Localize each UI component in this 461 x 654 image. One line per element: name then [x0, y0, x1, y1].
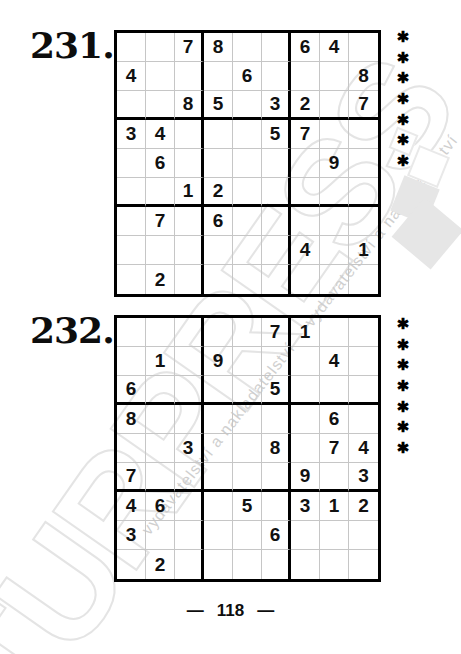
difficulty-star-icon: ✱ [393, 68, 413, 89]
sudoku-cell-r7c6[interactable] [262, 492, 291, 521]
sudoku-cell-r6c7[interactable]: 9 [291, 463, 320, 492]
sudoku-cell-r2c1[interactable] [117, 347, 146, 376]
sudoku-cell-r9c3[interactable] [175, 550, 204, 579]
sudoku-cell-r7c4[interactable]: 6 [204, 207, 233, 236]
sudoku-cell-r7c5[interactable]: 5 [233, 492, 262, 521]
sudoku-cell-r1c1[interactable] [117, 318, 146, 347]
sudoku-cell-r3c3[interactable]: 8 [175, 91, 204, 120]
sudoku-cell-r3c8[interactable] [320, 91, 349, 120]
sudoku-cell-r1c2[interactable] [146, 33, 175, 62]
sudoku-cell-r1c2[interactable] [146, 318, 175, 347]
sudoku-cell-r4c9[interactable] [349, 405, 378, 434]
sudoku-cell-r7c8[interactable] [320, 207, 349, 236]
sudoku-cell-r5c5[interactable] [233, 149, 262, 178]
sudoku-cell-r4c1[interactable]: 3 [117, 120, 146, 149]
sudoku-cell-r8c3[interactable] [175, 236, 204, 265]
sudoku-cell-r1c5[interactable] [233, 33, 262, 62]
sudoku-cell-r3c5[interactable] [233, 376, 262, 405]
sudoku-cell-r3c7[interactable] [291, 376, 320, 405]
sudoku-cell-r1c7[interactable]: 6 [291, 33, 320, 62]
sudoku-cell-r3c6[interactable]: 3 [262, 91, 291, 120]
sudoku-cell-r8c6[interactable] [262, 236, 291, 265]
sudoku-cell-r9c4[interactable] [204, 265, 233, 294]
sudoku-board-232: 7119465863874793465312362 [114, 315, 381, 582]
sudoku-cell-r6c8[interactable] [320, 178, 349, 207]
sudoku-cell-r3c1[interactable] [117, 91, 146, 120]
sudoku-cell-r8c1[interactable] [117, 236, 146, 265]
sudoku-cell-r5c7[interactable] [291, 434, 320, 463]
sudoku-cell-r3c7[interactable]: 2 [291, 91, 320, 120]
sudoku-cell-r4c8[interactable]: 6 [320, 405, 349, 434]
sudoku-cell-r5c3[interactable] [175, 149, 204, 178]
sudoku-cell-r2c4[interactable] [204, 62, 233, 91]
difficulty-star-icon: ✱ [393, 335, 413, 356]
sudoku-cell-r7c4[interactable] [204, 492, 233, 521]
sudoku-cell-r4c8[interactable] [320, 120, 349, 149]
difficulty-star-icon: ✱ [393, 130, 413, 151]
sudoku-cell-r8c2[interactable] [146, 521, 175, 550]
sudoku-cell-r2c5[interactable] [233, 347, 262, 376]
sudoku-cell-r5c9[interactable] [349, 149, 378, 178]
sudoku-cell-r8c4[interactable] [204, 521, 233, 550]
sudoku-cell-r6c5[interactable] [233, 463, 262, 492]
sudoku-cell-r3c2[interactable] [146, 91, 175, 120]
sudoku-cell-r9c7[interactable] [291, 265, 320, 294]
sudoku-cell-r4c3[interactable] [175, 120, 204, 149]
sudoku-cell-r4c1[interactable]: 8 [117, 405, 146, 434]
sudoku-cell-r1c8[interactable] [320, 318, 349, 347]
sudoku-cell-r8c9[interactable] [349, 521, 378, 550]
sudoku-cell-r3c4[interactable]: 5 [204, 91, 233, 120]
sudoku-cell-r5c4[interactable] [204, 434, 233, 463]
sudoku-cell-r4c5[interactable] [233, 405, 262, 434]
sudoku-cell-r4c6[interactable] [262, 405, 291, 434]
difficulty-star-icon: ✱ [393, 314, 413, 335]
difficulty-star-icon: ✱ [393, 151, 413, 172]
difficulty-star-icon: ✱ [393, 89, 413, 110]
sudoku-cell-r4c2[interactable] [146, 405, 175, 434]
sudoku-cell-r6c5[interactable] [233, 178, 262, 207]
sudoku-cell-r9c6[interactable] [262, 550, 291, 579]
sudoku-cell-r5c2[interactable] [146, 434, 175, 463]
sudoku-cell-r4c2[interactable]: 4 [146, 120, 175, 149]
difficulty-stars-231: ✱✱✱✱✱✱✱ [393, 27, 413, 172]
page-footer: —118— [0, 601, 461, 621]
sudoku-cell-r9c1[interactable] [117, 550, 146, 579]
sudoku-cell-r6c6[interactable] [262, 178, 291, 207]
sudoku-cell-r5c1[interactable] [117, 434, 146, 463]
sudoku-cell-r1c8[interactable]: 4 [320, 33, 349, 62]
sudoku-cell-r5c8[interactable]: 9 [320, 149, 349, 178]
sudoku-cell-r9c9[interactable] [349, 265, 378, 294]
sudoku-cell-r5c6[interactable] [262, 149, 291, 178]
sudoku-cell-r9c2[interactable]: 2 [146, 265, 175, 294]
sudoku-cell-r4c6[interactable]: 5 [262, 120, 291, 149]
sudoku-cell-r7c2[interactable]: 7 [146, 207, 175, 236]
sudoku-cell-r4c4[interactable] [204, 405, 233, 434]
sudoku-cell-r4c9[interactable] [349, 120, 378, 149]
sudoku-cell-r2c2[interactable] [146, 62, 175, 91]
difficulty-star-icon: ✱ [393, 438, 413, 459]
sudoku-cell-r6c9[interactable]: 3 [349, 463, 378, 492]
sudoku-cell-r2c6[interactable] [262, 62, 291, 91]
page: TURPRESS vydavatelství a nakladatelství … [0, 0, 461, 654]
sudoku-cell-r2c2[interactable]: 1 [146, 347, 175, 376]
sudoku-cell-r8c6[interactable]: 6 [262, 521, 291, 550]
puzzle-231-label: 231. [30, 24, 114, 66]
sudoku-cell-r5c3[interactable]: 3 [175, 434, 204, 463]
sudoku-cell-r1c4[interactable]: 8 [204, 33, 233, 62]
sudoku-cell-r2c7[interactable] [291, 347, 320, 376]
sudoku-cell-r4c7[interactable] [291, 405, 320, 434]
sudoku-cell-r3c1[interactable]: 6 [117, 376, 146, 405]
sudoku-cell-r7c7[interactable]: 3 [291, 492, 320, 521]
footer-dash-left: — [187, 601, 204, 620]
sudoku-cell-r7c5[interactable] [233, 207, 262, 236]
sudoku-cell-r3c2[interactable] [146, 376, 175, 405]
difficulty-star-icon: ✱ [393, 417, 413, 438]
sudoku-cell-r6c3[interactable] [175, 463, 204, 492]
sudoku-cell-r1c7[interactable]: 1 [291, 318, 320, 347]
sudoku-cell-r2c9[interactable] [349, 347, 378, 376]
sudoku-cell-r5c8[interactable]: 7 [320, 434, 349, 463]
sudoku-cell-r6c9[interactable] [349, 178, 378, 207]
sudoku-cell-r3c8[interactable] [320, 376, 349, 405]
sudoku-cell-r7c3[interactable] [175, 492, 204, 521]
sudoku-cell-r7c1[interactable] [117, 207, 146, 236]
sudoku-cell-r7c9[interactable]: 2 [349, 492, 378, 521]
sudoku-board-231: 7864468853273457691276412 [114, 30, 381, 297]
difficulty-stars-232: ✱✱✱✱✱✱✱ [393, 314, 413, 459]
sudoku-cell-r5c7[interactable] [291, 149, 320, 178]
sudoku-cell-r8c4[interactable] [204, 236, 233, 265]
sudoku-cell-r1c5[interactable] [233, 318, 262, 347]
sudoku-cell-r2c7[interactable] [291, 62, 320, 91]
sudoku-cell-r8c8[interactable] [320, 521, 349, 550]
sudoku-cell-r9c5[interactable] [233, 550, 262, 579]
sudoku-cell-r5c2[interactable]: 6 [146, 149, 175, 178]
sudoku-cell-r7c3[interactable] [175, 207, 204, 236]
sudoku-cell-r8c8[interactable] [320, 236, 349, 265]
sudoku-cell-r2c3[interactable] [175, 347, 204, 376]
sudoku-cell-r9c2[interactable]: 2 [146, 550, 175, 579]
sudoku-cell-r9c4[interactable] [204, 550, 233, 579]
sudoku-cell-r7c6[interactable] [262, 207, 291, 236]
sudoku-cell-r3c5[interactable] [233, 91, 262, 120]
page-number: 118 [217, 601, 244, 620]
sudoku-cell-r3c9[interactable]: 7 [349, 91, 378, 120]
sudoku-cell-r4c5[interactable] [233, 120, 262, 149]
sudoku-cell-r9c6[interactable] [262, 265, 291, 294]
difficulty-star-icon: ✱ [393, 355, 413, 376]
sudoku-cell-r9c8[interactable] [320, 550, 349, 579]
sudoku-cell-r2c4[interactable]: 9 [204, 347, 233, 376]
sudoku-cell-r6c6[interactable] [262, 463, 291, 492]
sudoku-cell-r9c7[interactable] [291, 550, 320, 579]
sudoku-cell-r8c9[interactable]: 1 [349, 236, 378, 265]
sudoku-cell-r2c8[interactable]: 4 [320, 347, 349, 376]
sudoku-cell-r6c4[interactable]: 2 [204, 178, 233, 207]
sudoku-cell-r3c4[interactable] [204, 376, 233, 405]
sudoku-cell-r1c6[interactable]: 7 [262, 318, 291, 347]
sudoku-cell-r6c2[interactable] [146, 463, 175, 492]
difficulty-star-icon: ✱ [393, 376, 413, 397]
sudoku-cell-r4c7[interactable]: 7 [291, 120, 320, 149]
sudoku-cell-r2c6[interactable] [262, 347, 291, 376]
sudoku-cell-r5c1[interactable] [117, 149, 146, 178]
sudoku-cell-r5c5[interactable] [233, 434, 262, 463]
sudoku-cell-r9c9[interactable] [349, 550, 378, 579]
sudoku-cell-r2c3[interactable] [175, 62, 204, 91]
content-layer: 231. 7864468853273457691276412 ✱✱✱✱✱✱✱ 2… [0, 0, 461, 654]
sudoku-cell-r7c7[interactable] [291, 207, 320, 236]
sudoku-cell-r8c7[interactable] [291, 521, 320, 550]
difficulty-star-icon: ✱ [393, 27, 413, 48]
sudoku-cell-r7c9[interactable] [349, 207, 378, 236]
sudoku-cell-r2c1[interactable]: 4 [117, 62, 146, 91]
sudoku-cell-r4c4[interactable] [204, 120, 233, 149]
sudoku-cell-r8c5[interactable] [233, 236, 262, 265]
sudoku-cell-r7c8[interactable]: 1 [320, 492, 349, 521]
sudoku-cell-r9c5[interactable] [233, 265, 262, 294]
difficulty-star-icon: ✱ [393, 397, 413, 418]
sudoku-cell-r8c5[interactable] [233, 521, 262, 550]
sudoku-cell-r6c2[interactable] [146, 178, 175, 207]
sudoku-cell-r6c7[interactable] [291, 178, 320, 207]
puzzle-232-label: 232. [30, 309, 114, 351]
sudoku-cell-r2c9[interactable]: 8 [349, 62, 378, 91]
sudoku-cell-r1c9[interactable] [349, 318, 378, 347]
sudoku-cell-r3c6[interactable]: 5 [262, 376, 291, 405]
sudoku-cell-r1c9[interactable] [349, 33, 378, 62]
sudoku-cell-r4c3[interactable] [175, 405, 204, 434]
sudoku-cell-r1c3[interactable]: 7 [175, 33, 204, 62]
sudoku-cell-r8c2[interactable] [146, 236, 175, 265]
sudoku-cell-r2c5[interactable]: 6 [233, 62, 262, 91]
sudoku-cell-r7c2[interactable]: 6 [146, 492, 175, 521]
sudoku-cell-r6c8[interactable] [320, 463, 349, 492]
sudoku-cell-r1c6[interactable] [262, 33, 291, 62]
sudoku-cell-r8c1[interactable]: 3 [117, 521, 146, 550]
sudoku-cell-r3c3[interactable] [175, 376, 204, 405]
sudoku-cell-r6c1[interactable]: 7 [117, 463, 146, 492]
sudoku-cell-r1c3[interactable] [175, 318, 204, 347]
sudoku-cell-r9c8[interactable] [320, 265, 349, 294]
sudoku-cell-r5c9[interactable]: 4 [349, 434, 378, 463]
difficulty-star-icon: ✱ [393, 110, 413, 131]
difficulty-star-icon: ✱ [393, 48, 413, 69]
sudoku-cell-r8c3[interactable] [175, 521, 204, 550]
sudoku-cell-r7c1[interactable]: 4 [117, 492, 146, 521]
sudoku-cell-r8c7[interactable]: 4 [291, 236, 320, 265]
sudoku-cell-r6c1[interactable] [117, 178, 146, 207]
sudoku-cell-r1c1[interactable] [117, 33, 146, 62]
sudoku-cell-r3c9[interactable] [349, 376, 378, 405]
sudoku-cell-r9c3[interactable] [175, 265, 204, 294]
sudoku-cell-r9c1[interactable] [117, 265, 146, 294]
sudoku-cell-r2c8[interactable] [320, 62, 349, 91]
sudoku-cell-r6c4[interactable] [204, 463, 233, 492]
sudoku-cell-r1c4[interactable] [204, 318, 233, 347]
sudoku-cell-r5c6[interactable]: 8 [262, 434, 291, 463]
footer-dash-right: — [257, 601, 274, 620]
sudoku-cell-r5c4[interactable] [204, 149, 233, 178]
sudoku-cell-r6c3[interactable]: 1 [175, 178, 204, 207]
